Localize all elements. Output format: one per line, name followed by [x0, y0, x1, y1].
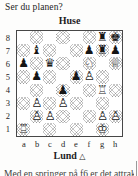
white-queen-h6: ♛♕	[109, 57, 122, 70]
file-label-c: c	[44, 139, 57, 149]
black-pawn-d4: ♟	[56, 84, 69, 97]
square-b8	[30, 31, 43, 44]
square-f2	[83, 110, 96, 123]
file-label-h: h	[109, 139, 122, 149]
piece-glyph: ♖	[17, 123, 30, 136]
file-label-f: f	[83, 139, 96, 149]
file-labels: abcdefgh	[18, 139, 122, 149]
square-g1: ♚♔	[96, 123, 109, 136]
piece-glyph: ♟	[56, 84, 69, 97]
square-a4	[17, 84, 30, 97]
rank-label-2: 2	[0, 110, 13, 123]
white-pawn-d3: ♟♙	[56, 97, 69, 110]
piece-glyph: ♝	[30, 44, 43, 57]
square-h8: ♚	[109, 31, 122, 44]
square-d7	[56, 44, 69, 57]
page-column-rule	[136, 161, 137, 176]
white-pawn-f5: ♟♙	[83, 70, 96, 83]
white-pawn-b2: ♟♙	[30, 110, 43, 123]
piece-glyph: ♟	[30, 70, 43, 83]
square-b5: ♟	[30, 70, 43, 83]
piece-glyph: ♚	[109, 31, 122, 44]
piece-glyph: ♙	[109, 110, 122, 123]
square-b2: ♟♙	[30, 110, 43, 123]
white-rook-g4: ♜♖	[96, 84, 109, 97]
piece-glyph: ♙	[83, 70, 96, 83]
square-e6	[70, 57, 83, 70]
square-g5	[96, 70, 109, 83]
square-a8	[17, 31, 30, 44]
piece-glyph: ♟	[109, 44, 122, 57]
rank-label-3: 3	[0, 97, 13, 110]
rank-label-6: 6	[0, 58, 13, 71]
square-a1: ♜♖	[17, 123, 30, 136]
square-e5: ♟	[70, 70, 83, 83]
square-e3	[70, 97, 83, 110]
square-f6: ♞♘	[83, 57, 96, 70]
square-e8	[70, 31, 83, 44]
white-king-g1: ♚♔	[96, 123, 109, 136]
black-pawn-h7: ♟	[109, 44, 122, 57]
square-d8	[56, 31, 69, 44]
white-pawn-b3: ♟♙	[30, 97, 43, 110]
rank-label-4: 4	[0, 84, 13, 97]
square-f1	[83, 123, 96, 136]
square-e2	[70, 110, 83, 123]
file-label-e: e	[70, 139, 83, 149]
piece-glyph: ♟	[17, 57, 30, 70]
white-rook-a1: ♜♖	[17, 123, 30, 136]
black-queen-c6: ♛	[43, 57, 56, 70]
square-a7	[17, 44, 30, 57]
piece-glyph: ♜	[96, 31, 109, 44]
square-h1	[109, 123, 122, 136]
square-d4: ♟	[56, 84, 69, 97]
square-e4	[70, 84, 83, 97]
player-name-white-label: Lund	[53, 150, 76, 161]
square-d1	[56, 123, 69, 136]
square-c4	[43, 84, 56, 97]
square-b4	[30, 84, 43, 97]
player-name-black: Huse	[16, 15, 123, 26]
piece-glyph: ♙	[43, 110, 56, 123]
piece-glyph: ♛	[43, 57, 56, 70]
square-c5	[43, 70, 56, 83]
square-g4: ♜♖	[96, 84, 109, 97]
black-pawn-f7: ♟	[83, 44, 96, 57]
white-pawn-h2: ♟♙	[109, 110, 122, 123]
square-e1	[70, 123, 83, 136]
piece-glyph: ♟	[70, 70, 83, 83]
square-c3	[43, 97, 56, 110]
diagram-question: Ser du planen?	[5, 2, 63, 12]
file-label-b: b	[31, 139, 44, 149]
piece-glyph: ♘	[83, 57, 96, 70]
white-pawn-g2: ♟♙	[96, 110, 109, 123]
square-g8: ♜	[96, 31, 109, 44]
square-d5	[56, 70, 69, 83]
black-bishop-b7: ♝	[30, 44, 43, 57]
square-g3	[96, 97, 109, 110]
square-g6	[96, 57, 109, 70]
square-f3	[83, 97, 96, 110]
piece-glyph: ♔	[96, 123, 109, 136]
square-b7: ♝	[30, 44, 43, 57]
rank-label-8: 8	[0, 32, 13, 45]
square-f5: ♟♙	[83, 70, 96, 83]
black-pawn-a6: ♟	[17, 57, 30, 70]
black-rook-g8: ♜	[96, 31, 109, 44]
square-c1	[43, 123, 56, 136]
piece-glyph: ♙	[30, 110, 43, 123]
square-c7	[43, 44, 56, 57]
square-b3: ♟♙	[30, 97, 43, 110]
square-b6	[30, 57, 43, 70]
chess-board: ♜♚♝♟♜♟♟♛♞♘♛♕♟♟♟♙♟♜♖♟♙♟♙♟♙♟♙♟♙♟♙♜♖♚♔	[16, 30, 123, 137]
rank-labels: 87654321	[0, 32, 13, 136]
square-a2	[17, 110, 30, 123]
square-h2: ♟♙	[109, 110, 122, 123]
file-label-d: d	[57, 139, 70, 149]
piece-glyph: ♜	[96, 44, 109, 57]
square-g7: ♜	[96, 44, 109, 57]
white-to-move-icon: △	[79, 152, 85, 161]
white-pawn-c2: ♟♙	[43, 110, 56, 123]
square-f4	[83, 84, 96, 97]
rank-label-1: 1	[0, 123, 13, 136]
square-b1	[30, 123, 43, 136]
square-h4	[109, 84, 122, 97]
player-name-white: Lund △	[16, 150, 123, 161]
black-pawn-b5: ♟	[30, 70, 43, 83]
piece-glyph: ♖	[96, 84, 109, 97]
square-d6	[56, 57, 69, 70]
square-c2: ♟♙	[43, 110, 56, 123]
piece-glyph: ♙	[30, 97, 43, 110]
square-h6: ♛♕	[109, 57, 122, 70]
square-g2: ♟♙	[96, 110, 109, 123]
square-d2	[56, 110, 69, 123]
file-label-g: g	[96, 139, 109, 149]
caption-text-clipped: Med en springer på f6 er det attraktivt	[4, 169, 134, 176]
rank-label-7: 7	[0, 45, 13, 58]
square-a6: ♟	[17, 57, 30, 70]
square-a3	[17, 97, 30, 110]
square-a5	[17, 70, 30, 83]
piece-glyph: ♟	[83, 44, 96, 57]
white-knight-f6: ♞♘	[83, 57, 96, 70]
piece-glyph: ♙	[56, 97, 69, 110]
square-d3: ♟♙	[56, 97, 69, 110]
square-c6: ♛	[43, 57, 56, 70]
piece-glyph: ♕	[109, 57, 122, 70]
square-f8	[83, 31, 96, 44]
square-f7: ♟	[83, 44, 96, 57]
black-king-h8: ♚	[109, 31, 122, 44]
square-h7: ♟	[109, 44, 122, 57]
square-h5	[109, 70, 122, 83]
rank-label-5: 5	[0, 71, 13, 84]
square-h3	[109, 97, 122, 110]
piece-glyph: ♙	[96, 110, 109, 123]
square-c8	[43, 31, 56, 44]
black-rook-g7: ♜	[96, 44, 109, 57]
square-e7	[70, 44, 83, 57]
black-pawn-e5: ♟	[70, 70, 83, 83]
file-label-a: a	[18, 139, 31, 149]
